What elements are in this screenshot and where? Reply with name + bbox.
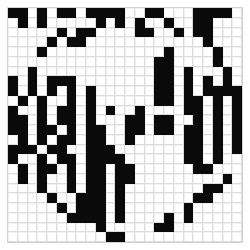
cell-r2c14[interactable]	[145, 28, 155, 38]
cell-r4c0[interactable]	[8, 47, 18, 57]
cell-r21c14[interactable]	[145, 213, 155, 223]
cell-r5c1[interactable]	[18, 57, 28, 67]
cell-r2c21[interactable]	[213, 28, 223, 38]
cell-r13c6[interactable]	[67, 135, 77, 145]
cell-r19c15[interactable]	[154, 193, 164, 203]
cell-r23c13[interactable]	[135, 232, 145, 242]
cell-r1c23[interactable]	[232, 18, 242, 28]
cell-r10c5[interactable]	[57, 106, 67, 116]
cell-r6c21[interactable]	[213, 67, 223, 77]
cell-r15c3[interactable]	[37, 154, 47, 164]
cell-r18c18[interactable]	[184, 184, 194, 194]
cell-r17c8[interactable]	[86, 174, 96, 184]
cell-r21c4[interactable]	[47, 213, 57, 223]
cell-r10c4[interactable]	[47, 106, 57, 116]
cell-r17c15[interactable]	[154, 174, 164, 184]
cell-r19c20[interactable]	[203, 193, 213, 203]
cell-r5c17[interactable]	[174, 57, 184, 67]
cell-r5c7[interactable]	[76, 57, 86, 67]
cell-r2c11[interactable]	[115, 28, 125, 38]
cell-r12c9[interactable]	[96, 125, 106, 135]
cell-r22c3[interactable]	[37, 223, 47, 233]
cell-r6c12[interactable]	[125, 67, 135, 77]
cell-r15c20[interactable]	[203, 154, 213, 164]
cell-r7c4[interactable]	[47, 76, 57, 86]
cell-r13c13[interactable]	[135, 135, 145, 145]
cell-r5c12[interactable]	[125, 57, 135, 67]
cell-r5c21[interactable]	[213, 57, 223, 67]
cell-r17c2[interactable]	[28, 174, 38, 184]
cell-r13c4[interactable]	[47, 135, 57, 145]
cell-r18c11[interactable]	[115, 184, 125, 194]
cell-r20c18[interactable]	[184, 203, 194, 213]
cell-r8c12[interactable]	[125, 86, 135, 96]
cell-r3c23[interactable]	[232, 37, 242, 47]
cell-r14c6[interactable]	[67, 145, 77, 155]
cell-r2c0[interactable]	[8, 28, 18, 38]
cell-r10c2[interactable]	[28, 106, 38, 116]
cell-r14c12[interactable]	[125, 145, 135, 155]
cell-r13c17[interactable]	[174, 135, 184, 145]
cell-r19c3[interactable]	[37, 193, 47, 203]
cell-r12c0[interactable]	[8, 125, 18, 135]
cell-r10c18[interactable]	[184, 106, 194, 116]
cell-r19c14[interactable]	[145, 193, 155, 203]
cell-r9c11[interactable]	[115, 96, 125, 106]
cell-r14c19[interactable]	[193, 145, 203, 155]
cell-r0c4[interactable]	[47, 8, 57, 18]
cell-r20c4[interactable]	[47, 203, 57, 213]
cell-r6c15[interactable]	[154, 67, 164, 77]
cell-r18c23[interactable]	[232, 184, 242, 194]
cell-r11c20[interactable]	[203, 115, 213, 125]
cell-r13c2[interactable]	[28, 135, 38, 145]
cell-r11c12[interactable]	[125, 115, 135, 125]
cell-r15c17[interactable]	[174, 154, 184, 164]
cell-r10c8[interactable]	[86, 106, 96, 116]
cell-r14c23[interactable]	[232, 145, 242, 155]
cell-r15c18[interactable]	[184, 154, 194, 164]
cell-r11c22[interactable]	[223, 115, 233, 125]
cell-r2c19[interactable]	[193, 28, 203, 38]
cell-r0c19[interactable]	[193, 8, 203, 18]
cell-r12c4[interactable]	[47, 125, 57, 135]
cell-r15c13[interactable]	[135, 154, 145, 164]
cell-r22c17[interactable]	[174, 223, 184, 233]
cell-r20c10[interactable]	[106, 203, 116, 213]
cell-r1c20[interactable]	[203, 18, 213, 28]
cell-r4c18[interactable]	[184, 47, 194, 57]
cell-r8c10[interactable]	[106, 86, 116, 96]
cell-r2c20[interactable]	[203, 28, 213, 38]
cell-r5c11[interactable]	[115, 57, 125, 67]
cell-r23c5[interactable]	[57, 232, 67, 242]
cell-r15c0[interactable]	[8, 154, 18, 164]
cell-r12c18[interactable]	[184, 125, 194, 135]
cell-r15c2[interactable]	[28, 154, 38, 164]
cell-r0c0[interactable]	[8, 8, 18, 18]
cell-r20c8[interactable]	[86, 203, 96, 213]
cell-r15c22[interactable]	[223, 154, 233, 164]
cell-r20c19[interactable]	[193, 203, 203, 213]
cell-r2c15[interactable]	[154, 28, 164, 38]
cell-r1c7[interactable]	[76, 18, 86, 28]
cell-r5c0[interactable]	[8, 57, 18, 67]
cell-r8c2[interactable]	[28, 86, 38, 96]
cell-r20c20[interactable]	[203, 203, 213, 213]
cell-r11c4[interactable]	[47, 115, 57, 125]
cell-r5c10[interactable]	[106, 57, 116, 67]
cell-r4c17[interactable]	[174, 47, 184, 57]
cell-r21c6[interactable]	[67, 213, 77, 223]
cell-r9c7[interactable]	[76, 96, 86, 106]
cell-r3c22[interactable]	[223, 37, 233, 47]
cell-r21c10[interactable]	[106, 213, 116, 223]
cell-r20c5[interactable]	[57, 203, 67, 213]
cell-r23c22[interactable]	[223, 232, 233, 242]
cell-r1c0[interactable]	[8, 18, 18, 28]
cell-r23c9[interactable]	[96, 232, 106, 242]
cell-r3c9[interactable]	[96, 37, 106, 47]
cell-r20c14[interactable]	[145, 203, 155, 213]
cell-r19c2[interactable]	[28, 193, 38, 203]
cell-r16c17[interactable]	[174, 164, 184, 174]
cell-r8c21[interactable]	[213, 86, 223, 96]
cell-r1c14[interactable]	[145, 18, 155, 28]
cell-r6c18[interactable]	[184, 67, 194, 77]
cell-r9c22[interactable]	[223, 96, 233, 106]
cell-r18c2[interactable]	[28, 184, 38, 194]
cell-r19c9[interactable]	[96, 193, 106, 203]
cell-r10c9[interactable]	[96, 106, 106, 116]
cell-r18c16[interactable]	[164, 184, 174, 194]
cell-r23c10[interactable]	[106, 232, 116, 242]
cell-r0c12[interactable]	[125, 8, 135, 18]
cell-r15c6[interactable]	[67, 154, 77, 164]
cell-r0c9[interactable]	[96, 8, 106, 18]
cell-r11c17[interactable]	[174, 115, 184, 125]
cell-r13c19[interactable]	[193, 135, 203, 145]
cell-r3c16[interactable]	[164, 37, 174, 47]
cell-r12c7[interactable]	[76, 125, 86, 135]
cell-r3c15[interactable]	[154, 37, 164, 47]
cell-r5c13[interactable]	[135, 57, 145, 67]
cell-r7c5[interactable]	[57, 76, 67, 86]
cell-r14c15[interactable]	[154, 145, 164, 155]
cell-r20c22[interactable]	[223, 203, 233, 213]
cell-r13c8[interactable]	[86, 135, 96, 145]
cell-r15c21[interactable]	[213, 154, 223, 164]
cell-r10c13[interactable]	[135, 106, 145, 116]
cell-r7c15[interactable]	[154, 76, 164, 86]
cell-r21c5[interactable]	[57, 213, 67, 223]
cell-r5c15[interactable]	[154, 57, 164, 67]
cell-r21c23[interactable]	[232, 213, 242, 223]
cell-r21c3[interactable]	[37, 213, 47, 223]
cell-r6c3[interactable]	[37, 67, 47, 77]
cell-r0c20[interactable]	[203, 8, 213, 18]
cell-r2c16[interactable]	[164, 28, 174, 38]
cell-r8c20[interactable]	[203, 86, 213, 96]
cell-r19c6[interactable]	[67, 193, 77, 203]
cell-r22c18[interactable]	[184, 223, 194, 233]
cell-r18c6[interactable]	[67, 184, 77, 194]
cell-r17c7[interactable]	[76, 174, 86, 184]
cell-r5c4[interactable]	[47, 57, 57, 67]
cell-r17c16[interactable]	[164, 174, 174, 184]
cell-r19c5[interactable]	[57, 193, 67, 203]
cell-r5c23[interactable]	[232, 57, 242, 67]
cell-r14c5[interactable]	[57, 145, 67, 155]
cell-r22c21[interactable]	[213, 223, 223, 233]
cell-r21c7[interactable]	[76, 213, 86, 223]
cell-r10c15[interactable]	[154, 106, 164, 116]
cell-r23c6[interactable]	[67, 232, 77, 242]
cell-r13c20[interactable]	[203, 135, 213, 145]
cell-r15c14[interactable]	[145, 154, 155, 164]
cell-r12c22[interactable]	[223, 125, 233, 135]
cell-r1c1[interactable]	[18, 18, 28, 28]
cell-r3c4[interactable]	[47, 37, 57, 47]
cell-r1c21[interactable]	[213, 18, 223, 28]
cell-r23c23[interactable]	[232, 232, 242, 242]
cell-r20c9[interactable]	[96, 203, 106, 213]
cell-r6c0[interactable]	[8, 67, 18, 77]
cell-r22c23[interactable]	[232, 223, 242, 233]
cell-r11c9[interactable]	[96, 115, 106, 125]
cell-r14c14[interactable]	[145, 145, 155, 155]
cell-r3c3[interactable]	[37, 37, 47, 47]
cell-r11c19[interactable]	[193, 115, 203, 125]
cell-r16c9[interactable]	[96, 164, 106, 174]
cell-r13c5[interactable]	[57, 135, 67, 145]
cell-r2c13[interactable]	[135, 28, 145, 38]
cell-r8c9[interactable]	[96, 86, 106, 96]
cell-r12c3[interactable]	[37, 125, 47, 135]
cell-r14c13[interactable]	[135, 145, 145, 155]
cell-r19c4[interactable]	[47, 193, 57, 203]
cell-r8c14[interactable]	[145, 86, 155, 96]
cell-r21c20[interactable]	[203, 213, 213, 223]
cell-r14c1[interactable]	[18, 145, 28, 155]
cell-r0c3[interactable]	[37, 8, 47, 18]
cell-r12c5[interactable]	[57, 125, 67, 135]
cell-r23c4[interactable]	[47, 232, 57, 242]
cell-r4c1[interactable]	[18, 47, 28, 57]
cell-r15c1[interactable]	[18, 154, 28, 164]
cell-r16c21[interactable]	[213, 164, 223, 174]
cell-r2c9[interactable]	[96, 28, 106, 38]
cell-r16c23[interactable]	[232, 164, 242, 174]
cell-r15c8[interactable]	[86, 154, 96, 164]
cell-r7c14[interactable]	[145, 76, 155, 86]
cell-r11c14[interactable]	[145, 115, 155, 125]
cell-r20c7[interactable]	[76, 203, 86, 213]
cell-r4c14[interactable]	[145, 47, 155, 57]
cell-r22c7[interactable]	[76, 223, 86, 233]
cell-r9c5[interactable]	[57, 96, 67, 106]
cell-r2c2[interactable]	[28, 28, 38, 38]
cell-r3c17[interactable]	[174, 37, 184, 47]
cell-r0c15[interactable]	[154, 8, 164, 18]
cell-r20c1[interactable]	[18, 203, 28, 213]
cell-r21c16[interactable]	[164, 213, 174, 223]
cell-r12c2[interactable]	[28, 125, 38, 135]
cell-r13c0[interactable]	[8, 135, 18, 145]
cell-r2c23[interactable]	[232, 28, 242, 38]
cell-r1c15[interactable]	[154, 18, 164, 28]
cell-r1c12[interactable]	[125, 18, 135, 28]
cell-r11c18[interactable]	[184, 115, 194, 125]
cell-r2c4[interactable]	[47, 28, 57, 38]
cell-r10c12[interactable]	[125, 106, 135, 116]
cell-r4c12[interactable]	[125, 47, 135, 57]
cell-r4c2[interactable]	[28, 47, 38, 57]
cell-r19c10[interactable]	[106, 193, 116, 203]
cell-r0c16[interactable]	[164, 8, 174, 18]
cell-r6c5[interactable]	[57, 67, 67, 77]
cell-r19c16[interactable]	[164, 193, 174, 203]
cell-r17c4[interactable]	[47, 174, 57, 184]
cell-r14c17[interactable]	[174, 145, 184, 155]
cell-r2c6[interactable]	[67, 28, 77, 38]
cell-r2c17[interactable]	[174, 28, 184, 38]
cell-r11c11[interactable]	[115, 115, 125, 125]
cell-r16c10[interactable]	[106, 164, 116, 174]
cell-r6c8[interactable]	[86, 67, 96, 77]
cell-r0c7[interactable]	[76, 8, 86, 18]
cell-r8c6[interactable]	[67, 86, 77, 96]
cell-r5c14[interactable]	[145, 57, 155, 67]
cell-r14c22[interactable]	[223, 145, 233, 155]
cell-r2c5[interactable]	[57, 28, 67, 38]
cell-r11c23[interactable]	[232, 115, 242, 125]
cell-r8c15[interactable]	[154, 86, 164, 96]
cell-r16c5[interactable]	[57, 164, 67, 174]
cell-r4c3[interactable]	[37, 47, 47, 57]
cell-r14c8[interactable]	[86, 145, 96, 155]
cell-r11c6[interactable]	[67, 115, 77, 125]
cell-r19c7[interactable]	[76, 193, 86, 203]
cell-r0c22[interactable]	[223, 8, 233, 18]
cell-r18c12[interactable]	[125, 184, 135, 194]
cell-r17c10[interactable]	[106, 174, 116, 184]
cell-r9c19[interactable]	[193, 96, 203, 106]
cell-r10c3[interactable]	[37, 106, 47, 116]
cell-r10c21[interactable]	[213, 106, 223, 116]
cell-r11c7[interactable]	[76, 115, 86, 125]
cell-r21c2[interactable]	[28, 213, 38, 223]
cell-r20c0[interactable]	[8, 203, 18, 213]
cell-r1c18[interactable]	[184, 18, 194, 28]
cell-r7c13[interactable]	[135, 76, 145, 86]
cell-r20c15[interactable]	[154, 203, 164, 213]
cell-r22c16[interactable]	[164, 223, 174, 233]
cell-r2c22[interactable]	[223, 28, 233, 38]
cell-r21c8[interactable]	[86, 213, 96, 223]
cell-r4c6[interactable]	[67, 47, 77, 57]
cell-r19c12[interactable]	[125, 193, 135, 203]
cell-r9c15[interactable]	[154, 96, 164, 106]
cell-r7c19[interactable]	[193, 76, 203, 86]
cell-r1c16[interactable]	[164, 18, 174, 28]
cell-r16c12[interactable]	[125, 164, 135, 174]
cell-r21c22[interactable]	[223, 213, 233, 223]
cell-r16c2[interactable]	[28, 164, 38, 174]
cell-r9c18[interactable]	[184, 96, 194, 106]
cell-r21c0[interactable]	[8, 213, 18, 223]
cell-r14c16[interactable]	[164, 145, 174, 155]
cell-r16c11[interactable]	[115, 164, 125, 174]
cell-r21c19[interactable]	[193, 213, 203, 223]
cell-r16c0[interactable]	[8, 164, 18, 174]
cell-r1c22[interactable]	[223, 18, 233, 28]
cell-r18c22[interactable]	[223, 184, 233, 194]
cell-r13c1[interactable]	[18, 135, 28, 145]
cell-r11c13[interactable]	[135, 115, 145, 125]
cell-r0c2[interactable]	[28, 8, 38, 18]
cell-r21c9[interactable]	[96, 213, 106, 223]
cell-r17c12[interactable]	[125, 174, 135, 184]
cell-r2c7[interactable]	[76, 28, 86, 38]
cell-r2c12[interactable]	[125, 28, 135, 38]
cell-r18c3[interactable]	[37, 184, 47, 194]
cell-r8c13[interactable]	[135, 86, 145, 96]
cell-r0c10[interactable]	[106, 8, 116, 18]
cell-r6c13[interactable]	[135, 67, 145, 77]
cell-r23c1[interactable]	[18, 232, 28, 242]
cell-r12c21[interactable]	[213, 125, 223, 135]
cell-r14c7[interactable]	[76, 145, 86, 155]
cell-r23c3[interactable]	[37, 232, 47, 242]
cell-r18c13[interactable]	[135, 184, 145, 194]
cell-r22c5[interactable]	[57, 223, 67, 233]
cell-r18c10[interactable]	[106, 184, 116, 194]
cell-r15c12[interactable]	[125, 154, 135, 164]
cell-r18c14[interactable]	[145, 184, 155, 194]
cell-r21c1[interactable]	[18, 213, 28, 223]
cell-r23c14[interactable]	[145, 232, 155, 242]
cell-r16c14[interactable]	[145, 164, 155, 174]
cell-r0c8[interactable]	[86, 8, 96, 18]
cell-r23c21[interactable]	[213, 232, 223, 242]
cell-r3c7[interactable]	[76, 37, 86, 47]
cell-r9c12[interactable]	[125, 96, 135, 106]
cell-r21c17[interactable]	[174, 213, 184, 223]
cell-r17c13[interactable]	[135, 174, 145, 184]
cell-r19c17[interactable]	[174, 193, 184, 203]
cell-r12c15[interactable]	[154, 125, 164, 135]
cell-r22c0[interactable]	[8, 223, 18, 233]
cell-r17c14[interactable]	[145, 174, 155, 184]
cell-r17c21[interactable]	[213, 174, 223, 184]
cell-r9c16[interactable]	[164, 96, 174, 106]
cell-r22c15[interactable]	[154, 223, 164, 233]
cell-r20c17[interactable]	[174, 203, 184, 213]
cell-r4c19[interactable]	[193, 47, 203, 57]
cell-r22c6[interactable]	[67, 223, 77, 233]
cell-r3c12[interactable]	[125, 37, 135, 47]
cell-r12c11[interactable]	[115, 125, 125, 135]
cell-r20c3[interactable]	[37, 203, 47, 213]
cell-r5c22[interactable]	[223, 57, 233, 67]
cell-r23c15[interactable]	[154, 232, 164, 242]
cell-r1c8[interactable]	[86, 18, 96, 28]
cell-r6c22[interactable]	[223, 67, 233, 77]
cell-r22c9[interactable]	[96, 223, 106, 233]
cell-r6c6[interactable]	[67, 67, 77, 77]
cell-r9c13[interactable]	[135, 96, 145, 106]
